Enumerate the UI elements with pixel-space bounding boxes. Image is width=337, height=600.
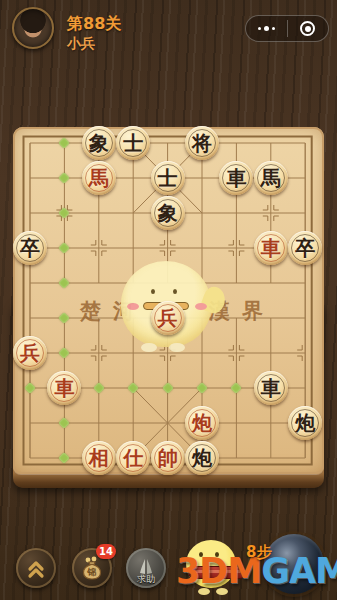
piece-red-cannon[interactable]: 炮: [185, 406, 219, 440]
piece-glyph: 車: [54, 378, 74, 398]
piece-glyph: 兵: [20, 343, 40, 363]
badge-count: 14: [96, 544, 116, 559]
avatar[interactable]: [12, 7, 54, 49]
header-bar: 第88关 小兵: [0, 0, 337, 58]
piece-red-elephant[interactable]: 相: [82, 441, 116, 475]
piece-glyph: 馬: [261, 168, 281, 188]
piece-glyph: 炮: [192, 448, 212, 468]
miniprogram-capsule: [245, 15, 329, 42]
expand-button[interactable]: [16, 548, 56, 588]
piece-black-cannon[interactable]: 炮: [185, 441, 219, 475]
piece-red-horse[interactable]: 馬: [82, 161, 116, 195]
piece-glyph: 兵: [158, 308, 178, 328]
piece-black-general[interactable]: 将: [185, 126, 219, 160]
level-title: 第88关: [67, 14, 121, 35]
piece-red-soldier[interactable]: 兵: [151, 301, 185, 335]
piece-glyph: 帥: [158, 448, 178, 468]
player-name: 小兵: [67, 35, 95, 53]
piece-black-soldier[interactable]: 卒: [13, 231, 47, 265]
piece-black-chariot[interactable]: 車: [254, 371, 288, 405]
minimize-target-icon[interactable]: [288, 21, 329, 36]
piece-red-general[interactable]: 帥: [151, 441, 185, 475]
steps-counter: 8步: [246, 543, 271, 562]
piece-glyph: 車: [261, 238, 281, 258]
xiangqi-board[interactable]: 楚河 漢界 象士将馬士車馬象卒車卒兵兵車車炮炮相仕帥炮: [13, 127, 324, 474]
piece-glyph: 炮: [295, 413, 315, 433]
piece-black-advisor[interactable]: 士: [151, 161, 185, 195]
piece-glyph: 車: [261, 378, 281, 398]
piece-black-advisor[interactable]: 士: [116, 126, 150, 160]
piece-glyph: 卒: [20, 238, 40, 258]
tips-bag-button[interactable]: 锦 14: [72, 548, 112, 588]
piece-glyph: 車: [226, 168, 246, 188]
svg-text:锦: 锦: [87, 567, 97, 577]
piece-black-elephant[interactable]: 象: [151, 196, 185, 230]
piece-glyph: 相: [89, 448, 109, 468]
piece-black-elephant[interactable]: 象: [82, 126, 116, 160]
piece-red-soldier[interactable]: 兵: [13, 336, 47, 370]
piece-glyph: 将: [192, 133, 212, 153]
help-label: 求助: [126, 573, 166, 586]
piece-glyph: 馬: [89, 168, 109, 188]
piece-glyph: 士: [123, 133, 143, 153]
more-options-icon[interactable]: [246, 26, 287, 31]
piece-red-advisor[interactable]: 仕: [116, 441, 150, 475]
piece-red-chariot[interactable]: 車: [254, 231, 288, 265]
piece-black-cannon[interactable]: 炮: [288, 406, 322, 440]
help-button[interactable]: 求助: [126, 548, 166, 588]
piece-black-horse[interactable]: 馬: [254, 161, 288, 195]
watermark-game: GAME: [261, 551, 337, 591]
piece-glyph: 象: [158, 203, 178, 223]
piece-glyph: 士: [158, 168, 178, 188]
piece-glyph: 象: [89, 133, 109, 153]
piece-glyph: 仕: [123, 448, 143, 468]
piece-black-soldier[interactable]: 卒: [288, 231, 322, 265]
piece-glyph: 炮: [192, 413, 212, 433]
piece-glyph: 卒: [295, 238, 315, 258]
double-chevron-up-icon: [23, 555, 49, 581]
